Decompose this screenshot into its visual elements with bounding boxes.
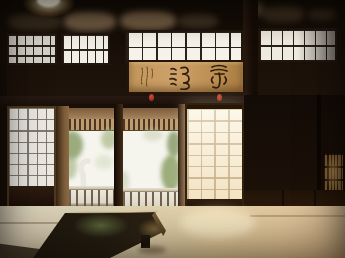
foliage <box>161 155 178 191</box>
shoji-door-closed <box>185 103 244 212</box>
floor-light-pool <box>180 208 255 238</box>
veranda-railing <box>69 186 114 208</box>
open-doorway-left <box>69 104 114 212</box>
tatami-seam <box>250 215 345 217</box>
foliage <box>167 131 178 157</box>
wood-post <box>0 28 7 212</box>
garden-view <box>123 131 178 193</box>
beam-texture <box>178 14 218 28</box>
transom-window-mid-left <box>61 33 110 65</box>
calligraphy-strokes <box>129 62 243 92</box>
beam-texture <box>262 6 304 22</box>
foliage <box>143 129 163 141</box>
foliage <box>101 129 114 149</box>
door-frame-stile <box>56 106 69 212</box>
door-frame-stile <box>114 104 123 212</box>
transom-window-center <box>125 30 243 63</box>
transom-window-left <box>6 33 57 65</box>
plaque-ornament-left <box>149 94 154 101</box>
open-doorway-center <box>123 104 178 212</box>
foliage <box>95 155 113 169</box>
calligraphy-plaque: 攀龍 <box>127 60 245 94</box>
shoji-grid <box>187 109 242 199</box>
transom-window-right <box>258 28 337 62</box>
japanese-room-photo: 攀龍 <box>0 0 345 258</box>
plaque-ornament-right <box>217 94 222 101</box>
door-frame-stile <box>178 104 185 212</box>
lattice-window <box>322 151 345 193</box>
shoji-grid <box>9 108 54 186</box>
beam-texture <box>308 9 336 20</box>
table-leg-shadow <box>138 246 166 254</box>
shoji-panel-left <box>7 106 56 212</box>
beam-texture <box>120 11 176 30</box>
